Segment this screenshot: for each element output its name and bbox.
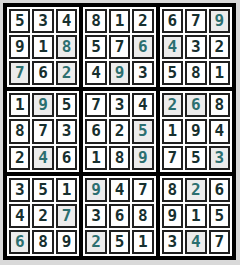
cell-r4c7[interactable]: 2: [162, 93, 183, 117]
cell-r9c2[interactable]: 8: [32, 230, 53, 254]
cell-r3c8[interactable]: 8: [185, 61, 206, 85]
cell-r1c7[interactable]: 6: [162, 9, 183, 33]
sudoku-box-6: 268194753: [158, 89, 234, 173]
cell-r7c8[interactable]: 2: [185, 178, 206, 202]
sudoku-box-3: 679432581: [158, 5, 234, 89]
sudoku-board: 5349187628125764936794325811958732467346…: [3, 3, 236, 260]
cell-r7c6[interactable]: 7: [132, 178, 153, 202]
cell-r5c6[interactable]: 5: [132, 119, 153, 143]
cell-r3c9[interactable]: 1: [209, 61, 230, 85]
cell-r2c1[interactable]: 9: [9, 35, 30, 59]
cell-r1c5[interactable]: 1: [109, 9, 130, 33]
cell-r6c8[interactable]: 5: [185, 146, 206, 170]
cell-r1c6[interactable]: 2: [132, 9, 153, 33]
cell-r7c1[interactable]: 3: [9, 178, 30, 202]
cell-r4c6[interactable]: 4: [132, 93, 153, 117]
cell-r8c7[interactable]: 9: [162, 204, 183, 228]
sudoku-box-8: 947368251: [81, 174, 157, 258]
cell-r2c3[interactable]: 8: [56, 35, 77, 59]
cell-r3c4[interactable]: 4: [85, 61, 106, 85]
cell-r7c5[interactable]: 4: [109, 178, 130, 202]
cell-r2c7[interactable]: 4: [162, 35, 183, 59]
sudoku-box-5: 734625189: [81, 89, 157, 173]
cell-r2c5[interactable]: 7: [109, 35, 130, 59]
cell-r9c5[interactable]: 5: [109, 230, 130, 254]
cell-r6c1[interactable]: 2: [9, 146, 30, 170]
cell-r3c6[interactable]: 3: [132, 61, 153, 85]
cell-r6c2[interactable]: 4: [32, 146, 53, 170]
cell-r6c7[interactable]: 7: [162, 146, 183, 170]
cell-r8c8[interactable]: 1: [185, 204, 206, 228]
sudoku-box-9: 826915347: [158, 174, 234, 258]
cell-r6c9[interactable]: 3: [209, 146, 230, 170]
cell-r7c7[interactable]: 8: [162, 178, 183, 202]
cell-r8c9[interactable]: 5: [209, 204, 230, 228]
cell-r4c3[interactable]: 5: [56, 93, 77, 117]
cell-r7c3[interactable]: 1: [56, 178, 77, 202]
cell-r1c3[interactable]: 4: [56, 9, 77, 33]
cell-r9c3[interactable]: 9: [56, 230, 77, 254]
cell-r3c7[interactable]: 5: [162, 61, 183, 85]
cell-r6c5[interactable]: 8: [109, 146, 130, 170]
cell-r3c3[interactable]: 2: [56, 61, 77, 85]
cell-r5c2[interactable]: 7: [32, 119, 53, 143]
cell-r1c4[interactable]: 8: [85, 9, 106, 33]
cell-r9c9[interactable]: 7: [209, 230, 230, 254]
cell-r7c4[interactable]: 9: [85, 178, 106, 202]
cell-r8c3[interactable]: 7: [56, 204, 77, 228]
cell-r4c9[interactable]: 8: [209, 93, 230, 117]
cell-r4c8[interactable]: 6: [185, 93, 206, 117]
cell-r5c5[interactable]: 2: [109, 119, 130, 143]
cell-r4c4[interactable]: 7: [85, 93, 106, 117]
sudoku-box-4: 195873246: [5, 89, 81, 173]
cell-r2c4[interactable]: 5: [85, 35, 106, 59]
cell-r5c8[interactable]: 9: [185, 119, 206, 143]
sudoku-box-7: 351427689: [5, 174, 81, 258]
cell-r2c8[interactable]: 3: [185, 35, 206, 59]
cell-r3c1[interactable]: 7: [9, 61, 30, 85]
cell-r2c9[interactable]: 2: [209, 35, 230, 59]
cell-r1c1[interactable]: 5: [9, 9, 30, 33]
cell-r8c5[interactable]: 6: [109, 204, 130, 228]
sudoku-box-1: 534918762: [5, 5, 81, 89]
cell-r8c4[interactable]: 3: [85, 204, 106, 228]
cell-r6c6[interactable]: 9: [132, 146, 153, 170]
cell-r7c2[interactable]: 5: [32, 178, 53, 202]
cell-r2c6[interactable]: 6: [132, 35, 153, 59]
cell-r9c7[interactable]: 3: [162, 230, 183, 254]
cell-r5c3[interactable]: 3: [56, 119, 77, 143]
cell-r1c2[interactable]: 3: [32, 9, 53, 33]
sudoku-box-2: 812576493: [81, 5, 157, 89]
cell-r5c4[interactable]: 6: [85, 119, 106, 143]
cell-r2c2[interactable]: 1: [32, 35, 53, 59]
cell-r5c7[interactable]: 1: [162, 119, 183, 143]
cell-r9c6[interactable]: 1: [132, 230, 153, 254]
cell-r6c3[interactable]: 6: [56, 146, 77, 170]
cell-r4c1[interactable]: 1: [9, 93, 30, 117]
cell-r7c9[interactable]: 6: [209, 178, 230, 202]
cell-r9c1[interactable]: 6: [9, 230, 30, 254]
cell-r4c2[interactable]: 9: [32, 93, 53, 117]
cell-r1c8[interactable]: 7: [185, 9, 206, 33]
cell-r8c1[interactable]: 4: [9, 204, 30, 228]
cell-r6c4[interactable]: 1: [85, 146, 106, 170]
cell-r4c5[interactable]: 3: [109, 93, 130, 117]
cell-r9c8[interactable]: 4: [185, 230, 206, 254]
cell-r8c6[interactable]: 8: [132, 204, 153, 228]
cell-r9c4[interactable]: 2: [85, 230, 106, 254]
cell-r8c2[interactable]: 2: [32, 204, 53, 228]
cell-r3c2[interactable]: 6: [32, 61, 53, 85]
cell-r5c1[interactable]: 8: [9, 119, 30, 143]
cell-r5c9[interactable]: 4: [209, 119, 230, 143]
cell-r1c9[interactable]: 9: [209, 9, 230, 33]
cell-r3c5[interactable]: 9: [109, 61, 130, 85]
